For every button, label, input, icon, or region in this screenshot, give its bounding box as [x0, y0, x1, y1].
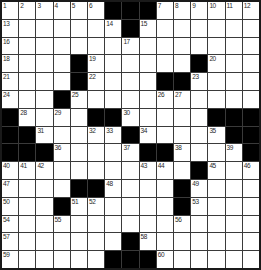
white-cell-r6c9[interactable]	[140, 91, 156, 108]
black-cell-r14c8	[122, 233, 138, 250]
white-cell-r6c10[interactable]: 26	[157, 91, 173, 108]
clue-number-6: 6	[89, 2, 92, 9]
black-cell-r5c11	[174, 73, 190, 90]
white-cell-r1c1[interactable]: 1	[2, 2, 18, 19]
white-cell-r3c3[interactable]	[36, 38, 52, 55]
white-cell-r6c13[interactable]	[208, 91, 224, 108]
black-cell-r5c10	[157, 73, 173, 90]
white-cell-r6c6[interactable]	[88, 91, 104, 108]
white-cell-r11c2[interactable]	[19, 180, 35, 197]
clue-number-47: 47	[3, 180, 9, 187]
clue-number-36: 36	[55, 144, 61, 151]
white-cell-r12c14[interactable]	[226, 198, 242, 215]
white-cell-r11c12[interactable]: 49	[191, 180, 207, 197]
white-cell-r6c3[interactable]	[36, 91, 52, 108]
white-cell-r11c7[interactable]: 48	[105, 180, 121, 197]
white-cell-r5c1[interactable]: 21	[2, 73, 18, 90]
white-cell-r6c1[interactable]: 24	[2, 91, 18, 108]
white-cell-r11c10[interactable]	[157, 180, 173, 197]
white-cell-r7c8[interactable]: 30	[122, 109, 138, 126]
white-cell-r3c5[interactable]	[71, 38, 87, 55]
white-cell-r4c4[interactable]	[54, 55, 70, 72]
white-cell-r13c5[interactable]	[71, 216, 87, 233]
white-cell-r10c1[interactable]: 40	[2, 162, 18, 179]
white-cell-r4c8[interactable]	[122, 55, 138, 72]
white-cell-r2c5[interactable]	[71, 20, 87, 37]
clue-number-40: 40	[3, 162, 9, 169]
black-cell-r11c11	[174, 180, 190, 197]
white-cell-r14c3[interactable]	[36, 233, 52, 250]
white-cell-r5c8[interactable]	[122, 73, 138, 90]
white-cell-r2c14[interactable]	[226, 20, 242, 37]
clue-number-17: 17	[123, 38, 129, 45]
white-cell-r14c1[interactable]: 57	[2, 233, 18, 250]
white-cell-r12c9[interactable]	[140, 198, 156, 215]
white-cell-r12c1[interactable]: 50	[2, 198, 18, 215]
clue-number-53: 53	[192, 198, 198, 205]
white-cell-r15c3[interactable]	[36, 251, 52, 268]
white-cell-r13c7[interactable]	[105, 216, 121, 233]
white-cell-r5c3[interactable]	[36, 73, 52, 90]
white-cell-r12c12[interactable]: 53	[191, 198, 207, 215]
white-cell-r9c12[interactable]	[191, 144, 207, 161]
white-cell-r12c7[interactable]	[105, 198, 121, 215]
white-cell-r15c11[interactable]	[174, 251, 190, 268]
white-cell-r10c5[interactable]	[71, 162, 87, 179]
white-cell-r5c14[interactable]	[226, 73, 242, 90]
clue-number-60: 60	[158, 251, 164, 258]
clue-number-2: 2	[20, 2, 23, 9]
black-cell-r8c8	[122, 127, 138, 144]
clue-number-28: 28	[20, 109, 26, 116]
white-cell-r15c13[interactable]	[208, 251, 224, 268]
clue-number-51: 51	[72, 198, 78, 205]
white-cell-r2c13[interactable]	[208, 20, 224, 37]
clue-number-54: 54	[3, 216, 9, 223]
clue-number-41: 41	[20, 162, 26, 169]
white-cell-r11c3[interactable]	[36, 180, 52, 197]
white-cell-r14c2[interactable]	[19, 233, 35, 250]
black-cell-r7c15	[243, 109, 259, 126]
white-cell-r1c14[interactable]: 11	[226, 2, 242, 19]
white-cell-r9c14[interactable]: 39	[226, 144, 242, 161]
black-cell-r12c4	[54, 198, 70, 215]
white-cell-r13c12[interactable]	[191, 216, 207, 233]
black-cell-r11c5	[71, 180, 87, 197]
clue-number-20: 20	[209, 55, 215, 62]
white-cell-r5c2[interactable]	[19, 73, 35, 90]
white-cell-r3c7[interactable]	[105, 38, 121, 55]
clue-number-18: 18	[3, 55, 9, 62]
white-cell-r13c1[interactable]: 54	[2, 216, 18, 233]
white-cell-r12c10[interactable]	[157, 198, 173, 215]
clue-number-11: 11	[227, 2, 233, 9]
white-cell-r5c12[interactable]: 23	[191, 73, 207, 90]
white-cell-r13c10[interactable]	[157, 216, 173, 233]
white-cell-r14c13[interactable]	[208, 233, 224, 250]
white-cell-r2c7[interactable]: 14	[105, 20, 121, 37]
clue-number-45: 45	[209, 162, 215, 169]
black-cell-r15c9	[140, 251, 156, 268]
white-cell-r2c10[interactable]	[157, 20, 173, 37]
white-cell-r15c4[interactable]	[54, 251, 70, 268]
white-cell-r2c11[interactable]	[174, 20, 190, 37]
white-cell-r14c11[interactable]	[174, 233, 190, 250]
white-cell-r12c2[interactable]	[19, 198, 35, 215]
white-cell-r9c6[interactable]	[88, 144, 104, 161]
white-cell-r15c12[interactable]	[191, 251, 207, 268]
white-cell-r10c2[interactable]: 41	[19, 162, 35, 179]
clue-number-13: 13	[3, 20, 9, 27]
clue-number-52: 52	[89, 198, 95, 205]
white-cell-r8c6[interactable]: 32	[88, 127, 104, 144]
black-cell-r5c5	[71, 73, 87, 90]
clue-number-37: 37	[123, 144, 129, 151]
white-cell-r4c6[interactable]: 19	[88, 55, 104, 72]
clue-number-59: 59	[3, 251, 9, 258]
white-cell-r2c9[interactable]: 15	[140, 20, 156, 37]
clue-number-46: 46	[244, 162, 250, 169]
white-cell-r9c13[interactable]	[208, 144, 224, 161]
black-cell-r9c1	[2, 144, 18, 161]
white-cell-r10c13[interactable]: 45	[208, 162, 224, 179]
white-cell-r1c10[interactable]: 7	[157, 2, 173, 19]
clue-number-34: 34	[141, 127, 147, 134]
white-cell-r14c7[interactable]	[105, 233, 121, 250]
white-cell-r15c10[interactable]: 60	[157, 251, 173, 268]
white-cell-r10c3[interactable]: 42	[36, 162, 52, 179]
white-cell-r13c3[interactable]	[36, 216, 52, 233]
white-cell-r11c1[interactable]: 47	[2, 180, 18, 197]
white-cell-r11c13[interactable]	[208, 180, 224, 197]
white-cell-r9c5[interactable]	[71, 144, 87, 161]
black-cell-r11c6	[88, 180, 104, 197]
black-cell-r6c4	[54, 91, 70, 108]
white-cell-r8c3[interactable]: 31	[36, 127, 52, 144]
clue-number-23: 23	[192, 73, 198, 80]
white-cell-r11c9[interactable]	[140, 180, 156, 197]
clue-number-32: 32	[89, 127, 95, 134]
white-cell-r4c11[interactable]	[174, 55, 190, 72]
white-cell-r14c14[interactable]	[226, 233, 242, 250]
white-cell-r10c8[interactable]	[122, 162, 138, 179]
white-cell-r14c12[interactable]	[191, 233, 207, 250]
white-cell-r6c15[interactable]	[243, 91, 259, 108]
clue-number-22: 22	[89, 73, 95, 80]
white-cell-r10c4[interactable]	[54, 162, 70, 179]
white-cell-r6c7[interactable]	[105, 91, 121, 108]
white-cell-r4c15[interactable]	[243, 55, 259, 72]
white-cell-r3c15[interactable]	[243, 38, 259, 55]
white-cell-r2c1[interactable]: 13	[2, 20, 18, 37]
white-cell-r14c4[interactable]	[54, 233, 70, 250]
white-cell-r14c9[interactable]: 58	[140, 233, 156, 250]
white-cell-r7c4[interactable]: 29	[54, 109, 70, 126]
white-cell-r4c7[interactable]	[105, 55, 121, 72]
white-cell-r3c13[interactable]	[208, 38, 224, 55]
black-cell-r7c7	[105, 109, 121, 126]
white-cell-r12c3[interactable]	[36, 198, 52, 215]
white-cell-r15c1[interactable]: 59	[2, 251, 18, 268]
white-cell-r15c5[interactable]	[71, 251, 87, 268]
clue-number-31: 31	[37, 127, 43, 134]
white-cell-r7c12[interactable]	[191, 109, 207, 126]
white-cell-r6c5[interactable]: 25	[71, 91, 87, 108]
white-cell-r7c3[interactable]	[36, 109, 52, 126]
white-cell-r8c9[interactable]: 34	[140, 127, 156, 144]
white-cell-r8c7[interactable]: 33	[105, 127, 121, 144]
black-cell-r4c12	[191, 55, 207, 72]
black-cell-r4c5	[71, 55, 87, 72]
black-cell-r8c2	[19, 127, 35, 144]
black-cell-r9c9	[140, 144, 156, 161]
clue-number-14: 14	[106, 20, 112, 27]
white-cell-r14c5[interactable]	[71, 233, 87, 250]
white-cell-r10c6[interactable]	[88, 162, 104, 179]
clue-number-12: 12	[244, 2, 250, 9]
white-cell-r11c14[interactable]	[226, 180, 242, 197]
white-cell-r10c14[interactable]	[226, 162, 242, 179]
clue-number-58: 58	[141, 233, 147, 240]
white-cell-r3c6[interactable]	[88, 38, 104, 55]
white-cell-r1c11[interactable]: 8	[174, 2, 190, 19]
white-cell-r12c6[interactable]: 52	[88, 198, 104, 215]
white-cell-r13c11[interactable]: 56	[174, 216, 190, 233]
white-cell-r6c12[interactable]	[191, 91, 207, 108]
black-cell-r1c8	[122, 2, 138, 19]
white-cell-r3c12[interactable]	[191, 38, 207, 55]
black-cell-r12c11	[174, 198, 190, 215]
white-cell-r9c11[interactable]: 38	[174, 144, 190, 161]
white-cell-r4c3[interactable]	[36, 55, 52, 72]
white-cell-r14c15[interactable]	[243, 233, 259, 250]
black-cell-r7c14	[226, 109, 242, 126]
black-cell-r15c8	[122, 251, 138, 268]
clue-number-57: 57	[3, 233, 9, 240]
clue-number-27: 27	[175, 91, 181, 98]
clue-number-10: 10	[209, 2, 215, 9]
white-cell-r2c2[interactable]	[19, 20, 35, 37]
white-cell-r1c13[interactable]: 10	[208, 2, 224, 19]
white-cell-r1c15[interactable]: 12	[243, 2, 259, 19]
white-cell-r3c9[interactable]	[140, 38, 156, 55]
white-cell-r3c11[interactable]	[174, 38, 190, 55]
clue-number-3: 3	[37, 2, 40, 9]
clue-number-4: 4	[55, 2, 58, 9]
white-cell-r13c6[interactable]	[88, 216, 104, 233]
clue-number-19: 19	[89, 55, 95, 62]
black-cell-r1c9	[140, 2, 156, 19]
clue-number-16: 16	[3, 38, 9, 45]
white-cell-r10c11[interactable]	[174, 162, 190, 179]
white-cell-r2c4[interactable]	[54, 20, 70, 37]
clue-number-44: 44	[158, 162, 164, 169]
white-cell-r8c13[interactable]: 35	[208, 127, 224, 144]
white-cell-r3c2[interactable]	[19, 38, 35, 55]
clue-number-55: 55	[55, 216, 61, 223]
clue-number-42: 42	[37, 162, 43, 169]
white-cell-r1c3[interactable]: 3	[36, 2, 52, 19]
white-cell-r5c4[interactable]	[54, 73, 70, 90]
white-cell-r3c14[interactable]	[226, 38, 242, 55]
white-cell-r12c15[interactable]	[243, 198, 259, 215]
clue-number-43: 43	[141, 162, 147, 169]
crossword-grid: 1234567891011121314151617181920212223242…	[0, 0, 261, 270]
white-cell-r7c9[interactable]	[140, 109, 156, 126]
white-cell-r5c13[interactable]	[208, 73, 224, 90]
white-cell-r5c9[interactable]	[140, 73, 156, 90]
white-cell-r3c10[interactable]	[157, 38, 173, 55]
clue-number-38: 38	[175, 144, 181, 151]
white-cell-r13c2[interactable]	[19, 216, 35, 233]
black-cell-r10c12	[191, 162, 207, 179]
clue-number-9: 9	[192, 2, 195, 9]
clue-number-35: 35	[209, 127, 215, 134]
black-cell-r8c14	[226, 127, 242, 144]
white-cell-r15c2[interactable]	[19, 251, 35, 268]
white-cell-r7c2[interactable]: 28	[19, 109, 35, 126]
clue-number-50: 50	[3, 198, 9, 205]
white-cell-r9c8[interactable]: 37	[122, 144, 138, 161]
white-cell-r1c2[interactable]: 2	[19, 2, 35, 19]
clue-number-33: 33	[106, 127, 112, 134]
clue-number-8: 8	[175, 2, 178, 9]
white-cell-r7c10[interactable]	[157, 109, 173, 126]
white-cell-r6c8[interactable]	[122, 91, 138, 108]
white-cell-r12c13[interactable]	[208, 198, 224, 215]
white-cell-r2c6[interactable]	[88, 20, 104, 37]
black-cell-r8c1	[2, 127, 18, 144]
white-cell-r1c5[interactable]: 5	[71, 2, 87, 19]
clue-number-21: 21	[3, 73, 9, 80]
white-cell-r11c4[interactable]	[54, 180, 70, 197]
clue-number-39: 39	[227, 144, 233, 151]
black-cell-r9c3	[36, 144, 52, 161]
black-cell-r7c1	[2, 109, 18, 126]
white-cell-r8c4[interactable]	[54, 127, 70, 144]
clue-number-5: 5	[72, 2, 75, 9]
white-cell-r5c6[interactable]: 22	[88, 73, 104, 90]
white-cell-r4c2[interactable]	[19, 55, 35, 72]
white-cell-r1c6[interactable]: 6	[88, 2, 104, 19]
clue-number-15: 15	[141, 20, 147, 27]
white-cell-r8c11[interactable]	[174, 127, 190, 144]
black-cell-r9c10	[157, 144, 173, 161]
white-cell-r15c14[interactable]	[226, 251, 242, 268]
white-cell-r3c8[interactable]: 17	[122, 38, 138, 55]
white-cell-r10c10[interactable]: 44	[157, 162, 173, 179]
black-cell-r2c8	[122, 20, 138, 37]
clue-number-1: 1	[3, 2, 6, 9]
white-cell-r2c15[interactable]	[243, 20, 259, 37]
white-cell-r4c1[interactable]: 18	[2, 55, 18, 72]
black-cell-r9c15	[243, 144, 259, 161]
white-cell-r3c4[interactable]	[54, 38, 70, 55]
black-cell-r7c13	[208, 109, 224, 126]
white-cell-r6c2[interactable]	[19, 91, 35, 108]
white-cell-r5c15[interactable]	[243, 73, 259, 90]
black-cell-r8c15	[243, 127, 259, 144]
white-cell-r10c9[interactable]: 43	[140, 162, 156, 179]
white-cell-r1c12[interactable]: 9	[191, 2, 207, 19]
white-cell-r13c8[interactable]	[122, 216, 138, 233]
black-cell-r9c2	[19, 144, 35, 161]
white-cell-r9c7[interactable]	[105, 144, 121, 161]
clue-number-49: 49	[192, 180, 198, 187]
white-cell-r4c13[interactable]: 20	[208, 55, 224, 72]
white-cell-r4c10[interactable]	[157, 55, 173, 72]
white-cell-r14c10[interactable]	[157, 233, 173, 250]
white-cell-r8c10[interactable]	[157, 127, 173, 144]
white-cell-r14c6[interactable]	[88, 233, 104, 250]
clue-number-56: 56	[175, 216, 181, 223]
white-cell-r6c14[interactable]	[226, 91, 242, 108]
black-cell-r7c6	[88, 109, 104, 126]
white-cell-r6c11[interactable]: 27	[174, 91, 190, 108]
black-cell-r1c7	[105, 2, 121, 19]
clue-number-24: 24	[3, 91, 9, 98]
white-cell-r12c5[interactable]: 51	[71, 198, 87, 215]
clue-number-26: 26	[158, 91, 164, 98]
black-cell-r15c7	[105, 251, 121, 268]
white-cell-r11c8[interactable]	[122, 180, 138, 197]
white-cell-r3c1[interactable]: 16	[2, 38, 18, 55]
white-cell-r4c14[interactable]	[226, 55, 242, 72]
white-cell-r9c4[interactable]: 36	[54, 144, 70, 161]
white-cell-r2c3[interactable]	[36, 20, 52, 37]
white-cell-r2c12[interactable]	[191, 20, 207, 37]
white-cell-r13c14[interactable]	[226, 216, 242, 233]
white-cell-r7c11[interactable]	[174, 109, 190, 126]
clue-number-29: 29	[55, 109, 61, 116]
clue-number-25: 25	[72, 91, 78, 98]
white-cell-r1c4[interactable]: 4	[54, 2, 70, 19]
white-cell-r4c9[interactable]	[140, 55, 156, 72]
white-cell-r13c4[interactable]: 55	[54, 216, 70, 233]
white-cell-r15c6[interactable]	[88, 251, 104, 268]
white-cell-r5c7[interactable]	[105, 73, 121, 90]
white-cell-r15c15[interactable]	[243, 251, 259, 268]
white-cell-r8c12[interactable]	[191, 127, 207, 144]
clue-number-48: 48	[106, 180, 112, 187]
white-cell-r7c5[interactable]	[71, 109, 87, 126]
white-cell-r13c15[interactable]	[243, 216, 259, 233]
white-cell-r12c8[interactable]	[122, 198, 138, 215]
white-cell-r13c13[interactable]	[208, 216, 224, 233]
white-cell-r13c9[interactable]	[140, 216, 156, 233]
white-cell-r8c5[interactable]	[71, 127, 87, 144]
clue-number-30: 30	[123, 109, 129, 116]
white-cell-r10c7[interactable]	[105, 162, 121, 179]
white-cell-r11c15[interactable]	[243, 180, 259, 197]
clue-number-7: 7	[158, 2, 161, 9]
white-cell-r10c15[interactable]: 46	[243, 162, 259, 179]
